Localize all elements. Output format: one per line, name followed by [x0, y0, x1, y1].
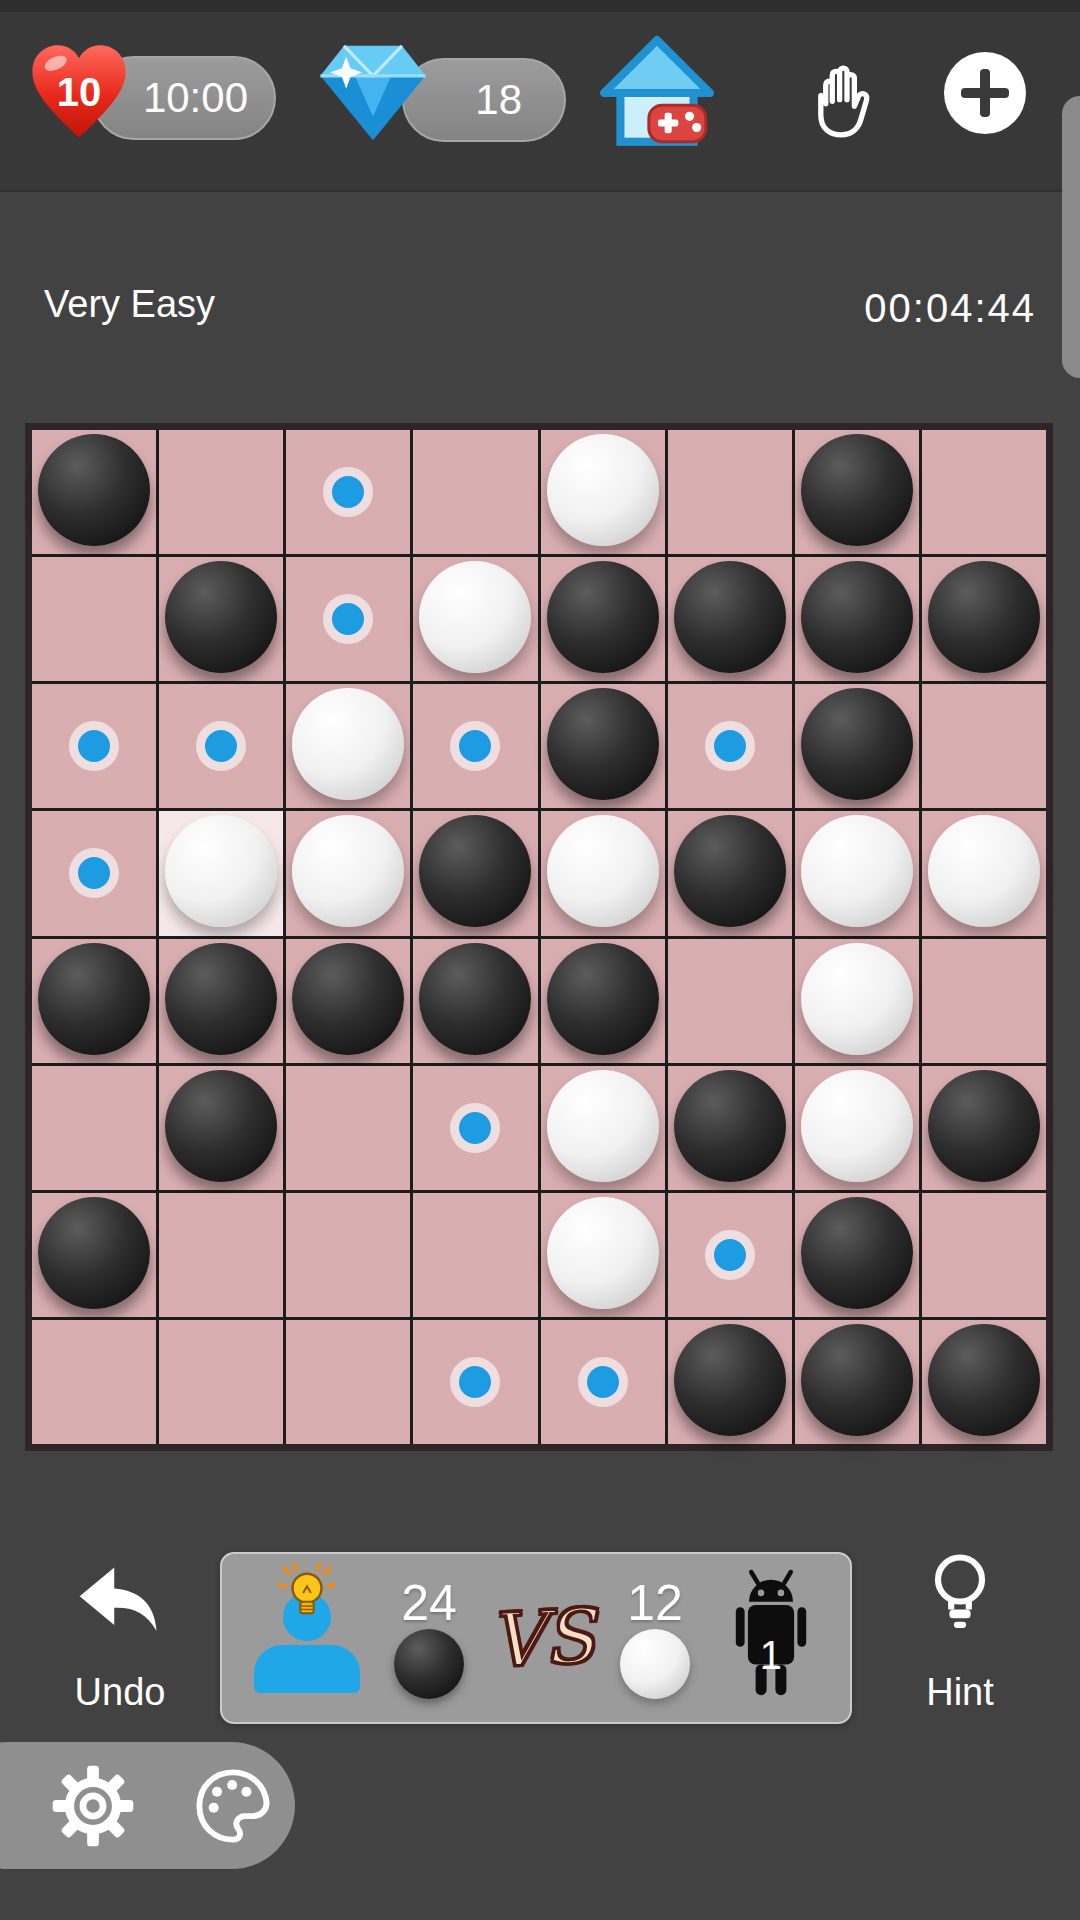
white-piece: [165, 815, 277, 927]
board-cell-r6c7[interactable]: [795, 1066, 919, 1190]
lives-count: 10: [57, 69, 102, 114]
board-cell-r8c1[interactable]: [32, 1320, 156, 1444]
legal-move-dot[interactable]: [196, 721, 246, 771]
board-cell-r1c1[interactable]: [32, 430, 156, 554]
board-cell-r7c7[interactable]: [795, 1193, 919, 1317]
black-piece: [419, 815, 531, 927]
white-piece: [928, 815, 1040, 927]
board-cell-r2c6[interactable]: [668, 557, 792, 681]
palette-icon: [191, 1764, 275, 1848]
black-score: 24: [401, 1577, 457, 1630]
black-piece: [674, 1324, 786, 1436]
black-disc-icon: [394, 1629, 464, 1699]
board-cell-r5c2[interactable]: [159, 939, 283, 1063]
status-bar: [0, 0, 1080, 12]
undo-label: Undo: [48, 1671, 192, 1714]
board-cell-r5c4[interactable]: [413, 939, 537, 1063]
black-piece: [419, 943, 531, 1055]
player-avatar: [246, 1567, 368, 1709]
settings-button[interactable]: [51, 1764, 135, 1848]
board-cell-r5c3[interactable]: [286, 939, 410, 1063]
board-cell-r5c8[interactable]: [922, 939, 1046, 1063]
board-cell-r4c8[interactable]: [922, 811, 1046, 935]
board-cell-r7c5[interactable]: [541, 1193, 665, 1317]
board-cell-r1c8[interactable]: [922, 430, 1046, 554]
board-cell-r6c5[interactable]: [541, 1066, 665, 1190]
legal-move-dot[interactable]: [705, 721, 755, 771]
board-cell-r1c7[interactable]: [795, 430, 919, 554]
black-piece: [674, 561, 786, 673]
home-button[interactable]: [596, 34, 718, 156]
black-piece: [674, 1070, 786, 1182]
board: [32, 430, 1046, 1444]
black-piece: [292, 943, 404, 1055]
hint-label: Hint: [888, 1671, 1032, 1714]
undo-arrow-icon: [72, 1562, 168, 1642]
white-piece: [801, 815, 913, 927]
board-cell-r7c2[interactable]: [159, 1193, 283, 1317]
gem-icon: [314, 38, 432, 148]
black-piece: [165, 561, 277, 673]
opponent-score-block: 12: [620, 1577, 690, 1700]
side-drawer-handle[interactable]: [1062, 96, 1080, 378]
black-piece: [547, 561, 659, 673]
legal-move-dot[interactable]: [705, 1230, 755, 1280]
settings-bar: [0, 1742, 295, 1869]
gamepad-icon: [649, 105, 706, 142]
board-cell-r4c4[interactable]: [413, 811, 537, 935]
score-panel: 24 VS 12 1: [220, 1552, 852, 1724]
hint-bulb-icon: [916, 1548, 1004, 1648]
board-cell-r2c8[interactable]: [922, 557, 1046, 681]
legal-move-dot[interactable]: [578, 1357, 628, 1407]
black-piece: [928, 561, 1040, 673]
board-cell-r3c5[interactable]: [541, 684, 665, 808]
board-cell-r6c6[interactable]: [668, 1066, 792, 1190]
board-cell-r3c1[interactable]: [32, 684, 156, 808]
board-cell-r2c2[interactable]: [159, 557, 283, 681]
board-cell-r3c8[interactable]: [922, 684, 1046, 808]
board-cell-r4c3[interactable]: [286, 811, 410, 935]
board-cell-r7c8[interactable]: [922, 1193, 1046, 1317]
board-cell-r7c6[interactable]: [668, 1193, 792, 1317]
idea-bulb-icon: [278, 1563, 336, 1625]
board-cell-r7c4[interactable]: [413, 1193, 537, 1317]
board-cell-r4c1[interactable]: [32, 811, 156, 935]
board-cell-r4c2[interactable]: [159, 811, 283, 935]
board-cell-r6c2[interactable]: [159, 1066, 283, 1190]
board-cell-r6c1[interactable]: [32, 1066, 156, 1190]
white-piece: [547, 815, 659, 927]
board-cell-r4c6[interactable]: [668, 811, 792, 935]
black-piece: [165, 1070, 277, 1182]
board-cell-r5c7[interactable]: [795, 939, 919, 1063]
white-piece: [547, 434, 659, 546]
gear-icon: [51, 1764, 135, 1848]
white-piece: [801, 943, 913, 1055]
ai-level-badge: 1: [760, 1633, 782, 1678]
board-cell-r8c3[interactable]: [286, 1320, 410, 1444]
white-piece: [547, 1070, 659, 1182]
board-cell-r6c8[interactable]: [922, 1066, 1046, 1190]
add-button[interactable]: [944, 52, 1026, 134]
lives-button[interactable]: 10: [24, 40, 134, 146]
black-piece: [547, 943, 659, 1055]
black-piece: [801, 1197, 913, 1309]
legal-move-dot[interactable]: [69, 721, 119, 771]
board-cell-r1c5[interactable]: [541, 430, 665, 554]
board-cell-r3c4[interactable]: [413, 684, 537, 808]
board-cell-r1c2[interactable]: [159, 430, 283, 554]
board-cell-r7c3[interactable]: [286, 1193, 410, 1317]
board-cell-r2c1[interactable]: [32, 557, 156, 681]
board-cell-r3c2[interactable]: [159, 684, 283, 808]
gems-button[interactable]: [314, 38, 432, 148]
white-piece: [547, 1197, 659, 1309]
hand-icon: [793, 50, 883, 146]
board-cell-r3c7[interactable]: [795, 684, 919, 808]
board-cell-r1c3[interactable]: [286, 430, 410, 554]
black-piece: [38, 943, 150, 1055]
black-piece: [928, 1324, 1040, 1436]
white-disc-icon: [620, 1629, 690, 1699]
board-frame: [25, 423, 1053, 1451]
undo-button[interactable]: Undo: [48, 1556, 192, 1714]
board-cell-r8c5[interactable]: [541, 1320, 665, 1444]
time-limit-value: 10:00: [143, 74, 248, 122]
top-bar: 10:00 10 18: [0, 0, 1080, 192]
player-body-icon: [254, 1645, 360, 1693]
board-cell-r5c5[interactable]: [541, 939, 665, 1063]
board-cell-r2c3[interactable]: [286, 557, 410, 681]
board-cell-r3c6[interactable]: [668, 684, 792, 808]
board-cell-r8c2[interactable]: [159, 1320, 283, 1444]
white-score: 12: [627, 1577, 683, 1630]
black-piece: [547, 688, 659, 800]
white-piece: [419, 561, 531, 673]
black-piece: [38, 434, 150, 546]
board-cell-r2c7[interactable]: [795, 557, 919, 681]
hint-button[interactable]: Hint: [888, 1548, 1032, 1714]
legal-move-dot[interactable]: [450, 721, 500, 771]
white-piece: [801, 1070, 913, 1182]
board-cell-r2c4[interactable]: [413, 557, 537, 681]
game-screen: 10:00 10 18: [0, 0, 1080, 1920]
board-cell-r8c7[interactable]: [795, 1320, 919, 1444]
gems-count: 18: [475, 76, 522, 124]
board-cell-r5c6[interactable]: [668, 939, 792, 1063]
theme-button[interactable]: [191, 1764, 275, 1848]
black-piece: [801, 434, 913, 546]
board-cell-r1c4[interactable]: [413, 430, 537, 554]
black-piece: [38, 1197, 150, 1309]
board-cell-r3c3[interactable]: [286, 684, 410, 808]
black-piece: [801, 688, 913, 800]
pass-button[interactable]: [793, 50, 883, 146]
black-piece: [928, 1070, 1040, 1182]
board-cell-r8c8[interactable]: [922, 1320, 1046, 1444]
legal-move-dot[interactable]: [450, 1103, 500, 1153]
board-cell-r1c6[interactable]: [668, 430, 792, 554]
white-piece: [292, 815, 404, 927]
board-cell-r2c5[interactable]: [541, 557, 665, 681]
black-piece: [674, 815, 786, 927]
black-piece: [801, 1324, 913, 1436]
black-piece: [165, 943, 277, 1055]
board-cell-r4c5[interactable]: [541, 811, 665, 935]
board-cell-r8c6[interactable]: [668, 1320, 792, 1444]
difficulty-label: Very Easy: [44, 283, 215, 326]
board-cell-r5c1[interactable]: [32, 939, 156, 1063]
board-cell-r7c1[interactable]: [32, 1193, 156, 1317]
black-piece: [801, 561, 913, 673]
home-game-icon: [596, 34, 718, 156]
elapsed-timer: 00:04:44: [864, 286, 1036, 331]
board-cell-r6c4[interactable]: [413, 1066, 537, 1190]
board-cell-r4c7[interactable]: [795, 811, 919, 935]
legal-move-dot[interactable]: [450, 1357, 500, 1407]
white-piece: [292, 688, 404, 800]
board-cell-r8c4[interactable]: [413, 1320, 537, 1444]
board-cell-r6c3[interactable]: [286, 1066, 410, 1190]
player-score-block: 24: [394, 1577, 464, 1700]
legal-move-dot[interactable]: [323, 594, 373, 644]
vs-label: VS: [488, 1592, 596, 1683]
legal-move-dot[interactable]: [323, 467, 373, 517]
ai-opponent-avatar: 1: [716, 1567, 826, 1709]
legal-move-dot[interactable]: [69, 848, 119, 898]
